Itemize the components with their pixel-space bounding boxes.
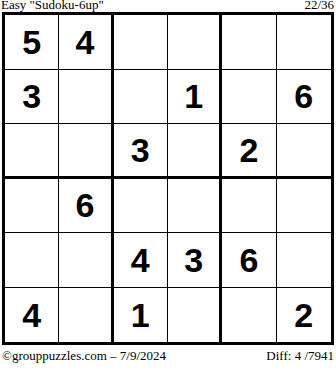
cell-r1c2-given[interactable]: 4 (59, 15, 113, 70)
cell-r3c5-given[interactable]: 2 (222, 124, 276, 179)
header: Easy "Sudoku-6up" 22/36 (0, 0, 336, 12)
cell-r4c5-empty[interactable] (222, 179, 276, 234)
cell-r6c4-empty[interactable] (168, 288, 222, 343)
cell-r3c1-empty[interactable] (5, 124, 59, 179)
cell-r5c3-given[interactable]: 4 (114, 233, 168, 288)
cell-r5c6-empty[interactable] (277, 233, 331, 288)
puzzle-page: Easy "Sudoku-6up" 22/36 54316326436412 ©… (0, 0, 336, 370)
cell-r4c2-given[interactable]: 6 (59, 179, 113, 234)
cells-remaining-counter: 22/36 (304, 0, 334, 12)
cell-r6c5-empty[interactable] (222, 288, 276, 343)
sudoku-grid: 54316326436412 (2, 12, 334, 345)
cell-r3c3-given[interactable]: 3 (114, 124, 168, 179)
cell-r1c4-empty[interactable] (168, 15, 222, 70)
cell-r2c2-empty[interactable] (59, 70, 113, 125)
cell-r2c5-empty[interactable] (222, 70, 276, 125)
cell-r2c6-given[interactable]: 6 (277, 70, 331, 125)
cell-r5c2-empty[interactable] (59, 233, 113, 288)
cell-r5c1-empty[interactable] (5, 233, 59, 288)
cell-r2c4-given[interactable]: 1 (168, 70, 222, 125)
cell-r6c2-empty[interactable] (59, 288, 113, 343)
cell-r6c1-given[interactable]: 4 (5, 288, 59, 343)
cell-r5c5-given[interactable]: 6 (222, 233, 276, 288)
cell-r1c1-given[interactable]: 5 (5, 15, 59, 70)
cell-r6c6-given[interactable]: 2 (277, 288, 331, 343)
cell-r4c4-empty[interactable] (168, 179, 222, 234)
cell-r2c3-empty[interactable] (114, 70, 168, 125)
cell-r1c6-empty[interactable] (277, 15, 331, 70)
cell-r4c1-empty[interactable] (5, 179, 59, 234)
copyright-date-text: ©grouppuzzles.com – 7/9/2024 (2, 349, 166, 363)
cell-r5c4-given[interactable]: 3 (168, 233, 222, 288)
cell-r1c5-empty[interactable] (222, 15, 276, 70)
footer: ©grouppuzzles.com – 7/9/2024 Diff: 4 /79… (0, 349, 336, 363)
cell-r3c4-empty[interactable] (168, 124, 222, 179)
cell-r2c1-given[interactable]: 3 (5, 70, 59, 125)
cell-r4c6-empty[interactable] (277, 179, 331, 234)
difficulty-text: Diff: 4 /7941 (266, 349, 334, 363)
cell-r1c3-empty[interactable] (114, 15, 168, 70)
cell-r6c3-given[interactable]: 1 (114, 288, 168, 343)
cell-r3c2-empty[interactable] (59, 124, 113, 179)
cell-r3c6-empty[interactable] (277, 124, 331, 179)
cell-r4c3-empty[interactable] (114, 179, 168, 234)
puzzle-title: Easy "Sudoku-6up" (1, 0, 104, 12)
